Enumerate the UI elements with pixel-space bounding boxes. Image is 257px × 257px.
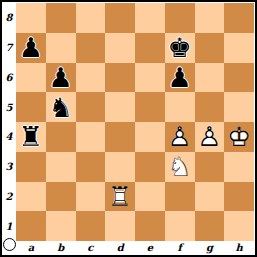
square-a3[interactable] xyxy=(16,152,46,182)
square-d3[interactable] xyxy=(105,152,135,182)
square-f8[interactable] xyxy=(165,3,195,33)
square-f4[interactable]: ♟♙ xyxy=(165,122,195,152)
square-d6[interactable] xyxy=(105,63,135,93)
piece-white-rook[interactable]: ♜♖ xyxy=(105,182,135,212)
piece-white-king[interactable]: ♚♔ xyxy=(224,122,254,152)
square-e4[interactable] xyxy=(135,122,165,152)
square-f3[interactable]: ♞♘ xyxy=(165,152,195,182)
square-d7[interactable] xyxy=(105,33,135,63)
square-a8[interactable] xyxy=(16,3,46,33)
rank-label-7: 7 xyxy=(2,33,16,63)
square-a4[interactable]: ♜ xyxy=(16,122,46,152)
piece-black-rook[interactable]: ♜ xyxy=(16,122,46,152)
white-king-glyph: ♔ xyxy=(224,122,254,152)
square-c6[interactable] xyxy=(76,63,106,93)
white-pawn-glyph: ♙ xyxy=(195,122,225,152)
square-h2[interactable] xyxy=(224,182,254,212)
square-e2[interactable] xyxy=(135,182,165,212)
square-e3[interactable] xyxy=(135,152,165,182)
square-f6[interactable]: ♟ xyxy=(165,63,195,93)
square-g8[interactable] xyxy=(195,3,225,33)
square-d5[interactable] xyxy=(105,92,135,122)
square-b5[interactable]: ♞ xyxy=(46,92,76,122)
square-f5[interactable] xyxy=(165,92,195,122)
square-a1[interactable] xyxy=(16,211,46,241)
square-b8[interactable] xyxy=(46,3,76,33)
chess-diagram: 87654321 ♟♚♟♟♞♜♟♙♟♙♚♔♞♘♜♖ abcdefgh xyxy=(0,0,257,257)
piece-white-knight[interactable]: ♞♘ xyxy=(165,152,195,182)
white-rook-glyph: ♖ xyxy=(105,182,135,212)
piece-white-pawn[interactable]: ♟♙ xyxy=(165,122,195,152)
rank-label-8: 8 xyxy=(2,3,16,33)
black-rook-glyph: ♜ xyxy=(16,122,46,152)
file-label-g: g xyxy=(195,241,225,254)
square-c1[interactable] xyxy=(76,211,106,241)
square-g4[interactable]: ♟♙ xyxy=(195,122,225,152)
black-knight-glyph: ♞ xyxy=(46,92,76,122)
square-g1[interactable] xyxy=(195,211,225,241)
rank-label-6: 6 xyxy=(2,63,16,93)
square-f2[interactable] xyxy=(165,182,195,212)
chess-board: ♟♚♟♟♞♜♟♙♟♙♚♔♞♘♜♖ xyxy=(16,3,254,241)
white-knight-glyph: ♘ xyxy=(165,152,195,182)
rank-label-4: 4 xyxy=(2,122,16,152)
square-c3[interactable] xyxy=(76,152,106,182)
square-g2[interactable] xyxy=(195,182,225,212)
file-label-b: b xyxy=(46,241,76,254)
square-e8[interactable] xyxy=(135,3,165,33)
white-to-move-indicator xyxy=(3,238,16,251)
piece-white-pawn[interactable]: ♟♙ xyxy=(195,122,225,152)
square-h5[interactable] xyxy=(224,92,254,122)
rank-labels: 87654321 xyxy=(2,3,16,241)
square-e7[interactable] xyxy=(135,33,165,63)
square-e5[interactable] xyxy=(135,92,165,122)
square-b3[interactable] xyxy=(46,152,76,182)
piece-black-king[interactable]: ♚ xyxy=(165,33,195,63)
square-b6[interactable]: ♟ xyxy=(46,63,76,93)
white-pawn-glyph: ♙ xyxy=(165,122,195,152)
square-g6[interactable] xyxy=(195,63,225,93)
piece-black-pawn[interactable]: ♟ xyxy=(46,63,76,93)
square-f7[interactable]: ♚ xyxy=(165,33,195,63)
rank-label-1: 1 xyxy=(2,211,16,241)
square-g5[interactable] xyxy=(195,92,225,122)
square-b4[interactable] xyxy=(46,122,76,152)
square-c4[interactable] xyxy=(76,122,106,152)
square-a5[interactable] xyxy=(16,92,46,122)
file-label-d: d xyxy=(105,241,135,254)
square-h6[interactable] xyxy=(224,63,254,93)
square-a2[interactable] xyxy=(16,182,46,212)
file-label-e: e xyxy=(135,241,165,254)
file-label-h: h xyxy=(224,241,254,254)
square-h7[interactable] xyxy=(224,33,254,63)
square-g7[interactable] xyxy=(195,33,225,63)
square-c7[interactable] xyxy=(76,33,106,63)
square-d4[interactable] xyxy=(105,122,135,152)
black-pawn-glyph: ♟ xyxy=(16,33,46,63)
file-labels: abcdefgh xyxy=(16,241,254,254)
piece-black-pawn[interactable]: ♟ xyxy=(165,63,195,93)
square-d8[interactable] xyxy=(105,3,135,33)
piece-black-pawn[interactable]: ♟ xyxy=(16,33,46,63)
square-d2[interactable]: ♜♖ xyxy=(105,182,135,212)
square-g3[interactable] xyxy=(195,152,225,182)
square-e1[interactable] xyxy=(135,211,165,241)
square-a7[interactable]: ♟ xyxy=(16,33,46,63)
file-label-c: c xyxy=(76,241,106,254)
rank-label-5: 5 xyxy=(2,92,16,122)
square-b2[interactable] xyxy=(46,182,76,212)
square-a6[interactable] xyxy=(16,63,46,93)
square-c2[interactable] xyxy=(76,182,106,212)
square-b1[interactable] xyxy=(46,211,76,241)
square-h1[interactable] xyxy=(224,211,254,241)
black-king-glyph: ♚ xyxy=(165,33,195,63)
black-pawn-glyph: ♟ xyxy=(46,63,76,93)
square-b7[interactable] xyxy=(46,33,76,63)
rank-label-2: 2 xyxy=(2,182,16,212)
square-h8[interactable] xyxy=(224,3,254,33)
square-h4[interactable]: ♚♔ xyxy=(224,122,254,152)
square-c8[interactable] xyxy=(76,3,106,33)
file-label-f: f xyxy=(165,241,195,254)
piece-black-knight[interactable]: ♞ xyxy=(46,92,76,122)
black-pawn-glyph: ♟ xyxy=(165,63,195,93)
square-c5[interactable] xyxy=(76,92,106,122)
rank-label-3: 3 xyxy=(2,152,16,182)
square-h3[interactable] xyxy=(224,152,254,182)
square-d1[interactable] xyxy=(105,211,135,241)
square-e6[interactable] xyxy=(135,63,165,93)
file-label-a: a xyxy=(16,241,46,254)
square-f1[interactable] xyxy=(165,211,195,241)
